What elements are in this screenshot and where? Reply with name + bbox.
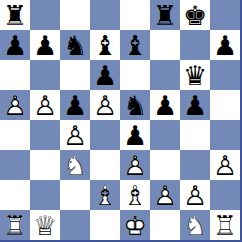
square-h7[interactable]: ♟ xyxy=(210,30,240,60)
square-d2[interactable]: ♝♗ xyxy=(90,180,120,210)
square-a7[interactable]: ♟ xyxy=(0,30,30,60)
square-f6[interactable] xyxy=(150,60,180,90)
square-h2[interactable] xyxy=(210,180,240,210)
square-b5[interactable]: ♟♙ xyxy=(30,90,60,120)
square-c1[interactable] xyxy=(60,210,90,240)
black-pawn-piece: ♟ xyxy=(180,90,210,120)
square-a1[interactable]: ♜♖ xyxy=(0,210,30,240)
black-knight-piece: ♞ xyxy=(120,90,150,120)
square-e5[interactable]: ♞ xyxy=(120,90,150,120)
white-queen-piece: ♛♕ xyxy=(30,210,60,240)
square-g5[interactable]: ♟ xyxy=(180,90,210,120)
black-pawn-piece: ♟ xyxy=(0,30,30,60)
square-f2[interactable]: ♟♙ xyxy=(150,180,180,210)
black-queen-piece: ♛ xyxy=(180,60,210,90)
square-g6[interactable]: ♛ xyxy=(180,60,210,90)
square-b6[interactable] xyxy=(30,60,60,90)
black-bishop-piece: ♝ xyxy=(120,30,150,60)
white-king-piece: ♚♔ xyxy=(120,210,150,240)
square-h6[interactable] xyxy=(210,60,240,90)
square-d5[interactable]: ♟♙ xyxy=(90,90,120,120)
black-knight-piece: ♞ xyxy=(60,30,90,60)
square-h5[interactable] xyxy=(210,90,240,120)
black-rook-piece: ♜ xyxy=(150,0,180,30)
square-d3[interactable] xyxy=(90,150,120,180)
square-c2[interactable] xyxy=(60,180,90,210)
square-c7[interactable]: ♞ xyxy=(60,30,90,60)
white-bishop-piece: ♝♗ xyxy=(90,180,120,210)
white-knight-piece: ♞♘ xyxy=(60,150,90,180)
square-f7[interactable] xyxy=(150,30,180,60)
white-rook-piece: ♜♖ xyxy=(0,210,30,240)
square-h8[interactable] xyxy=(210,0,240,30)
square-g3[interactable] xyxy=(180,150,210,180)
square-g2[interactable]: ♟♙ xyxy=(180,180,210,210)
square-d7[interactable]: ♝ xyxy=(90,30,120,60)
white-pawn-piece: ♟♙ xyxy=(0,90,30,120)
square-f4[interactable] xyxy=(150,120,180,150)
square-c8[interactable] xyxy=(60,0,90,30)
square-f5[interactable]: ♟ xyxy=(150,90,180,120)
square-c4[interactable]: ♟♙ xyxy=(60,120,90,150)
square-a2[interactable] xyxy=(0,180,30,210)
square-b8[interactable] xyxy=(30,0,60,30)
white-pawn-piece: ♟♙ xyxy=(60,120,90,150)
white-pawn-piece: ♟♙ xyxy=(210,150,240,180)
square-f1[interactable] xyxy=(150,210,180,240)
square-g8[interactable]: ♚ xyxy=(180,0,210,30)
black-pawn-piece: ♟ xyxy=(120,120,150,150)
black-pawn-piece: ♟ xyxy=(210,30,240,60)
square-e7[interactable]: ♝ xyxy=(120,30,150,60)
square-b3[interactable] xyxy=(30,150,60,180)
square-a8[interactable]: ♜ xyxy=(0,0,30,30)
black-rook-piece: ♜ xyxy=(0,0,30,30)
square-g7[interactable] xyxy=(180,30,210,60)
square-g4[interactable] xyxy=(180,120,210,150)
white-pawn-piece: ♟♙ xyxy=(90,90,120,120)
square-h4[interactable] xyxy=(210,120,240,150)
square-e4[interactable]: ♟ xyxy=(120,120,150,150)
black-pawn-piece: ♟ xyxy=(90,60,120,90)
square-d1[interactable] xyxy=(90,210,120,240)
square-e1[interactable]: ♚♔ xyxy=(120,210,150,240)
square-e2[interactable]: ♝♗ xyxy=(120,180,150,210)
square-h1[interactable]: ♜♖ xyxy=(210,210,240,240)
white-pawn-piece: ♟♙ xyxy=(30,90,60,120)
square-d6[interactable]: ♟ xyxy=(90,60,120,90)
black-pawn-piece: ♟ xyxy=(60,90,90,120)
white-pawn-piece: ♟♙ xyxy=(150,180,180,210)
black-king-piece: ♚ xyxy=(180,0,210,30)
white-rook-piece: ♜♖ xyxy=(210,210,240,240)
square-c6[interactable] xyxy=(60,60,90,90)
square-f8[interactable]: ♜ xyxy=(150,0,180,30)
square-d8[interactable] xyxy=(90,0,120,30)
white-knight-piece: ♞♘ xyxy=(180,210,210,240)
square-c5[interactable]: ♟ xyxy=(60,90,90,120)
square-e3[interactable]: ♟♙ xyxy=(120,150,150,180)
square-a3[interactable] xyxy=(0,150,30,180)
black-bishop-piece: ♝ xyxy=(90,30,120,60)
square-a4[interactable] xyxy=(0,120,30,150)
black-pawn-piece: ♟ xyxy=(150,90,180,120)
square-e8[interactable] xyxy=(120,0,150,30)
white-bishop-piece: ♝♗ xyxy=(120,180,150,210)
square-b4[interactable] xyxy=(30,120,60,150)
square-g1[interactable]: ♞♘ xyxy=(180,210,210,240)
chess-board: ♜♜♚♟♟♞♝♝♟♟♛♟♙♟♙♟♟♙♞♟♟♟♙♟♞♘♟♙♟♙♝♗♝♗♟♙♟♙♜♖… xyxy=(0,0,242,242)
square-d4[interactable] xyxy=(90,120,120,150)
square-b7[interactable]: ♟ xyxy=(30,30,60,60)
square-b1[interactable]: ♛♕ xyxy=(30,210,60,240)
square-a5[interactable]: ♟♙ xyxy=(0,90,30,120)
square-e6[interactable] xyxy=(120,60,150,90)
square-h3[interactable]: ♟♙ xyxy=(210,150,240,180)
white-pawn-piece: ♟♙ xyxy=(120,150,150,180)
square-a6[interactable] xyxy=(0,60,30,90)
black-pawn-piece: ♟ xyxy=(30,30,60,60)
square-b2[interactable] xyxy=(30,180,60,210)
white-pawn-piece: ♟♙ xyxy=(180,180,210,210)
square-f3[interactable] xyxy=(150,150,180,180)
square-c3[interactable]: ♞♘ xyxy=(60,150,90,180)
